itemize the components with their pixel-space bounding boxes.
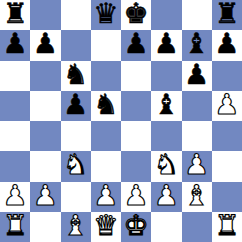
white-rook-piece[interactable]: ♜ — [3, 212, 28, 241]
square-a1[interactable]: ♜ — [0, 212, 30, 242]
white-rook-piece[interactable]: ♜ — [214, 212, 239, 241]
square-g6[interactable]: ♟ — [182, 61, 212, 91]
square-d6[interactable] — [91, 61, 121, 91]
square-f4[interactable] — [151, 121, 181, 151]
white-pawn-piece[interactable]: ♟ — [184, 151, 209, 180]
square-e7[interactable]: ♟ — [121, 30, 151, 60]
square-c5[interactable]: ♟ — [61, 91, 91, 121]
white-pawn-piece[interactable]: ♟ — [154, 182, 179, 211]
square-f5[interactable]: ♝ — [151, 91, 181, 121]
black-knight-piece[interactable]: ♞ — [63, 61, 88, 90]
square-c2[interactable] — [61, 182, 91, 212]
square-b4[interactable] — [30, 121, 60, 151]
black-pawn-piece[interactable]: ♟ — [154, 30, 179, 59]
white-knight-piece[interactable]: ♞ — [154, 151, 179, 180]
square-c1[interactable]: ♝ — [61, 212, 91, 242]
square-b7[interactable]: ♟ — [30, 30, 60, 60]
square-g3[interactable]: ♟ — [182, 151, 212, 181]
white-bishop-piece[interactable]: ♝ — [63, 212, 88, 241]
square-a5[interactable] — [0, 91, 30, 121]
square-d4[interactable] — [91, 121, 121, 151]
square-d1[interactable]: ♛ — [91, 212, 121, 242]
square-d8[interactable]: ♛ — [91, 0, 121, 30]
square-h3[interactable] — [212, 151, 242, 181]
white-pawn-piece[interactable]: ♟ — [93, 182, 118, 211]
chess-board: ♜♛♚♜♟♟♟♟♝♟♞♟♟♞♝♟♞♞♟♟♟♟♟♟♝♜♝♛♚♜ — [0, 0, 242, 242]
black-king-piece[interactable]: ♚ — [124, 0, 149, 29]
square-b1[interactable] — [30, 212, 60, 242]
square-c3[interactable]: ♞ — [61, 151, 91, 181]
square-d2[interactable]: ♟ — [91, 182, 121, 212]
black-pawn-piece[interactable]: ♟ — [33, 30, 58, 59]
square-c8[interactable] — [61, 0, 91, 30]
square-h8[interactable]: ♜ — [212, 0, 242, 30]
black-rook-piece[interactable]: ♜ — [214, 0, 239, 29]
square-f7[interactable]: ♟ — [151, 30, 181, 60]
white-queen-piece[interactable]: ♛ — [93, 212, 118, 241]
white-pawn-piece[interactable]: ♟ — [3, 182, 28, 211]
square-a8[interactable]: ♜ — [0, 0, 30, 30]
square-h7[interactable]: ♟ — [212, 30, 242, 60]
square-e5[interactable] — [121, 91, 151, 121]
square-b5[interactable] — [30, 91, 60, 121]
square-e1[interactable]: ♚ — [121, 212, 151, 242]
black-pawn-piece[interactable]: ♟ — [63, 91, 88, 120]
square-c4[interactable] — [61, 121, 91, 151]
black-rook-piece[interactable]: ♜ — [3, 0, 28, 29]
square-b6[interactable] — [30, 61, 60, 91]
white-knight-piece[interactable]: ♞ — [63, 151, 88, 180]
square-a3[interactable] — [0, 151, 30, 181]
black-bishop-piece[interactable]: ♝ — [154, 91, 179, 120]
square-f3[interactable]: ♞ — [151, 151, 181, 181]
square-b3[interactable] — [30, 151, 60, 181]
square-d7[interactable] — [91, 30, 121, 60]
black-bishop-piece[interactable]: ♝ — [184, 30, 209, 59]
square-h1[interactable]: ♜ — [212, 212, 242, 242]
square-h4[interactable] — [212, 121, 242, 151]
white-pawn-piece[interactable]: ♟ — [124, 182, 149, 211]
square-e6[interactable] — [121, 61, 151, 91]
square-b8[interactable] — [30, 0, 60, 30]
square-d5[interactable]: ♞ — [91, 91, 121, 121]
square-c7[interactable] — [61, 30, 91, 60]
square-b2[interactable]: ♟ — [30, 182, 60, 212]
black-pawn-piece[interactable]: ♟ — [124, 30, 149, 59]
square-a4[interactable] — [0, 121, 30, 151]
square-c6[interactable]: ♞ — [61, 61, 91, 91]
square-f1[interactable] — [151, 212, 181, 242]
square-g1[interactable] — [182, 212, 212, 242]
square-e3[interactable] — [121, 151, 151, 181]
square-d3[interactable] — [91, 151, 121, 181]
white-pawn-piece[interactable]: ♟ — [33, 182, 58, 211]
black-knight-piece[interactable]: ♞ — [93, 91, 118, 120]
square-f6[interactable] — [151, 61, 181, 91]
white-bishop-piece[interactable]: ♝ — [184, 182, 209, 211]
black-pawn-piece[interactable]: ♟ — [184, 61, 209, 90]
square-a2[interactable]: ♟ — [0, 182, 30, 212]
square-g2[interactable]: ♝ — [182, 182, 212, 212]
square-h6[interactable] — [212, 61, 242, 91]
square-e4[interactable] — [121, 121, 151, 151]
white-king-piece[interactable]: ♚ — [124, 212, 149, 241]
black-pawn-piece[interactable]: ♟ — [214, 30, 239, 59]
square-h2[interactable] — [212, 182, 242, 212]
square-g4[interactable] — [182, 121, 212, 151]
square-g7[interactable]: ♝ — [182, 30, 212, 60]
square-g8[interactable] — [182, 0, 212, 30]
square-f2[interactable]: ♟ — [151, 182, 181, 212]
square-h5[interactable]: ♟ — [212, 91, 242, 121]
white-pawn-piece[interactable]: ♟ — [214, 91, 239, 120]
black-queen-piece[interactable]: ♛ — [93, 0, 118, 29]
square-a7[interactable]: ♟ — [0, 30, 30, 60]
square-e2[interactable]: ♟ — [121, 182, 151, 212]
square-e8[interactable]: ♚ — [121, 0, 151, 30]
square-f8[interactable] — [151, 0, 181, 30]
black-pawn-piece[interactable]: ♟ — [3, 30, 28, 59]
square-a6[interactable] — [0, 61, 30, 91]
square-g5[interactable] — [182, 91, 212, 121]
